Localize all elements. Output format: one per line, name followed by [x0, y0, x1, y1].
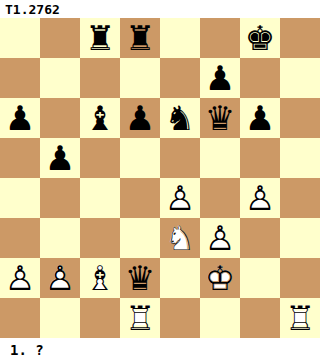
square-b8[interactable] — [40, 18, 80, 58]
square-b1[interactable] — [40, 298, 80, 338]
black-king-g8: ♚ — [240, 18, 280, 58]
square-h6[interactable] — [280, 98, 320, 138]
black-queen-f6: ♛ — [200, 98, 240, 138]
square-c3[interactable] — [80, 218, 120, 258]
black-pawn-d6: ♟ — [120, 98, 160, 138]
square-d8[interactable]: ♜ — [120, 18, 160, 58]
square-f3[interactable]: ♟♙ — [200, 218, 240, 258]
square-f1[interactable] — [200, 298, 240, 338]
square-b2[interactable]: ♟♙ — [40, 258, 80, 298]
square-c7[interactable] — [80, 58, 120, 98]
square-d4[interactable] — [120, 178, 160, 218]
square-e1[interactable] — [160, 298, 200, 338]
square-c2[interactable]: ♝♗ — [80, 258, 120, 298]
square-g3[interactable] — [240, 218, 280, 258]
white-rook-d1: ♜♖ — [120, 298, 160, 338]
square-a1[interactable] — [0, 298, 40, 338]
square-f6[interactable]: ♛ — [200, 98, 240, 138]
square-c4[interactable] — [80, 178, 120, 218]
square-g2[interactable] — [240, 258, 280, 298]
square-f4[interactable] — [200, 178, 240, 218]
square-b7[interactable] — [40, 58, 80, 98]
black-bishop-c6: ♝ — [80, 98, 120, 138]
black-rook-d8: ♜ — [120, 18, 160, 58]
square-a4[interactable] — [0, 178, 40, 218]
square-a8[interactable] — [0, 18, 40, 58]
white-pawn-b2: ♟♙ — [40, 258, 80, 298]
square-h2[interactable] — [280, 258, 320, 298]
square-b5[interactable]: ♟ — [40, 138, 80, 178]
square-e5[interactable] — [160, 138, 200, 178]
square-f8[interactable] — [200, 18, 240, 58]
white-pawn-g4: ♟♙ — [240, 178, 280, 218]
square-h1[interactable]: ♜♖ — [280, 298, 320, 338]
square-d6[interactable]: ♟ — [120, 98, 160, 138]
square-a7[interactable] — [0, 58, 40, 98]
square-c6[interactable]: ♝ — [80, 98, 120, 138]
square-a5[interactable] — [0, 138, 40, 178]
square-c1[interactable] — [80, 298, 120, 338]
black-pawn-f7: ♟ — [200, 58, 240, 98]
white-pawn-a2: ♟♙ — [0, 258, 40, 298]
square-e2[interactable] — [160, 258, 200, 298]
square-d1[interactable]: ♜♖ — [120, 298, 160, 338]
square-f2[interactable]: ♚♔ — [200, 258, 240, 298]
white-pawn-e4: ♟♙ — [160, 178, 200, 218]
square-h4[interactable] — [280, 178, 320, 218]
square-f5[interactable] — [200, 138, 240, 178]
square-h3[interactable] — [280, 218, 320, 258]
square-g5[interactable] — [240, 138, 280, 178]
square-g7[interactable] — [240, 58, 280, 98]
square-f7[interactable]: ♟ — [200, 58, 240, 98]
square-a6[interactable]: ♟ — [0, 98, 40, 138]
square-b6[interactable] — [40, 98, 80, 138]
white-king-f2: ♚♔ — [200, 258, 240, 298]
black-pawn-b5: ♟ — [40, 138, 80, 178]
square-d2[interactable]: ♛ — [120, 258, 160, 298]
square-e3[interactable]: ♞♘ — [160, 218, 200, 258]
square-d5[interactable] — [120, 138, 160, 178]
black-queen-d2: ♛ — [120, 258, 160, 298]
square-h7[interactable] — [280, 58, 320, 98]
square-h5[interactable] — [280, 138, 320, 178]
square-a2[interactable]: ♟♙ — [0, 258, 40, 298]
square-g8[interactable]: ♚ — [240, 18, 280, 58]
square-a3[interactable] — [0, 218, 40, 258]
square-b4[interactable] — [40, 178, 80, 218]
white-pawn-f3: ♟♙ — [200, 218, 240, 258]
square-e7[interactable] — [160, 58, 200, 98]
black-rook-c8: ♜ — [80, 18, 120, 58]
square-h8[interactable] — [280, 18, 320, 58]
square-g1[interactable] — [240, 298, 280, 338]
square-e8[interactable] — [160, 18, 200, 58]
white-knight-e3: ♞♘ — [160, 218, 200, 258]
square-e6[interactable]: ♞ — [160, 98, 200, 138]
square-d3[interactable] — [120, 218, 160, 258]
puzzle-id: T1.2762 — [0, 0, 320, 18]
square-d7[interactable] — [120, 58, 160, 98]
white-bishop-c2: ♝♗ — [80, 258, 120, 298]
black-pawn-g6: ♟ — [240, 98, 280, 138]
white-rook-h1: ♜♖ — [280, 298, 320, 338]
black-pawn-a6: ♟ — [0, 98, 40, 138]
black-knight-e6: ♞ — [160, 98, 200, 138]
square-g4[interactable]: ♟♙ — [240, 178, 280, 218]
square-g6[interactable]: ♟ — [240, 98, 280, 138]
square-b3[interactable] — [40, 218, 80, 258]
square-c8[interactable]: ♜ — [80, 18, 120, 58]
move-prompt: 1. ? — [0, 338, 320, 360]
square-e4[interactable]: ♟♙ — [160, 178, 200, 218]
square-c5[interactable] — [80, 138, 120, 178]
chess-board: ♜♜♚♟♟♝♟♞♛♟♟♟♙♟♙♞♘♟♙♟♙♟♙♝♗♛♚♔♜♖♜♖ — [0, 18, 320, 338]
